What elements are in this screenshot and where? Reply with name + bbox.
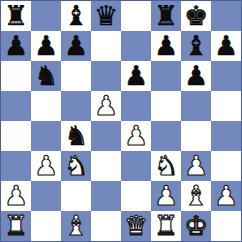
square-c7[interactable]: ♟ <box>61 31 91 61</box>
square-c8[interactable]: ♝ <box>61 1 91 31</box>
square-e2[interactable] <box>121 181 151 211</box>
square-g2[interactable]: ♝ <box>181 181 211 211</box>
square-f3[interactable]: ♞ <box>151 151 181 181</box>
square-b8[interactable] <box>31 1 61 31</box>
square-h5[interactable] <box>211 91 241 121</box>
square-c2[interactable] <box>61 181 91 211</box>
chess-board: ♜♝♛♜♚♟♟♟♟♝♟♞♟♟♟♞♟♟♞♞♟♟♟♝♟♜♝♛♜♚ <box>0 0 242 242</box>
white-bishop-icon[interactable]: ♝ <box>64 212 88 239</box>
square-h6[interactable] <box>211 61 241 91</box>
square-h3[interactable] <box>211 151 241 181</box>
square-d7[interactable] <box>91 31 121 61</box>
black-knight-icon[interactable]: ♞ <box>34 62 58 89</box>
black-pawn-icon[interactable]: ♟ <box>124 62 148 89</box>
square-b3[interactable]: ♟ <box>31 151 61 181</box>
white-king-icon[interactable]: ♚ <box>184 212 208 239</box>
white-pawn-icon[interactable]: ♟ <box>4 182 28 209</box>
square-g7[interactable]: ♝ <box>181 31 211 61</box>
square-e7[interactable] <box>121 31 151 61</box>
square-f4[interactable] <box>151 121 181 151</box>
white-pawn-icon[interactable]: ♟ <box>184 152 208 179</box>
white-pawn-icon[interactable]: ♟ <box>94 92 118 119</box>
square-c3[interactable]: ♞ <box>61 151 91 181</box>
white-pawn-icon[interactable]: ♟ <box>34 152 58 179</box>
square-g5[interactable] <box>181 91 211 121</box>
square-g1[interactable]: ♚ <box>181 211 211 241</box>
square-c1[interactable]: ♝ <box>61 211 91 241</box>
square-h8[interactable] <box>211 1 241 31</box>
square-c4[interactable]: ♞ <box>61 121 91 151</box>
square-a5[interactable] <box>1 91 31 121</box>
white-pawn-icon[interactable]: ♟ <box>124 122 148 149</box>
square-g4[interactable] <box>181 121 211 151</box>
square-g6[interactable]: ♟ <box>181 61 211 91</box>
square-b5[interactable] <box>31 91 61 121</box>
square-h4[interactable] <box>211 121 241 151</box>
black-rook-icon[interactable]: ♜ <box>4 2 28 29</box>
square-f5[interactable] <box>151 91 181 121</box>
black-pawn-icon[interactable]: ♟ <box>64 32 88 59</box>
square-a1[interactable]: ♜ <box>1 211 31 241</box>
square-f6[interactable] <box>151 61 181 91</box>
square-b7[interactable]: ♟ <box>31 31 61 61</box>
black-bishop-icon[interactable]: ♝ <box>64 2 88 29</box>
square-f7[interactable]: ♟ <box>151 31 181 61</box>
black-knight-icon[interactable]: ♞ <box>64 122 88 149</box>
square-e4[interactable]: ♟ <box>121 121 151 151</box>
square-d8[interactable]: ♛ <box>91 1 121 31</box>
black-pawn-icon[interactable]: ♟ <box>214 32 238 59</box>
square-d4[interactable] <box>91 121 121 151</box>
white-rook-icon[interactable]: ♜ <box>154 212 178 239</box>
square-f1[interactable]: ♜ <box>151 211 181 241</box>
square-f2[interactable]: ♟ <box>151 181 181 211</box>
square-c5[interactable] <box>61 91 91 121</box>
white-queen-icon[interactable]: ♛ <box>124 212 148 239</box>
square-h7[interactable]: ♟ <box>211 31 241 61</box>
square-a2[interactable]: ♟ <box>1 181 31 211</box>
square-d2[interactable] <box>91 181 121 211</box>
square-b6[interactable]: ♞ <box>31 61 61 91</box>
square-a4[interactable] <box>1 121 31 151</box>
white-pawn-icon[interactable]: ♟ <box>214 182 238 209</box>
square-c6[interactable] <box>61 61 91 91</box>
square-b2[interactable] <box>31 181 61 211</box>
square-b4[interactable] <box>31 121 61 151</box>
black-bishop-icon[interactable]: ♝ <box>184 32 208 59</box>
white-knight-icon[interactable]: ♞ <box>64 152 88 179</box>
black-rook-icon[interactable]: ♜ <box>154 2 178 29</box>
white-rook-icon[interactable]: ♜ <box>4 212 28 239</box>
square-d1[interactable] <box>91 211 121 241</box>
white-bishop-icon[interactable]: ♝ <box>184 182 208 209</box>
black-pawn-icon[interactable]: ♟ <box>184 62 208 89</box>
black-pawn-icon[interactable]: ♟ <box>34 32 58 59</box>
square-h2[interactable]: ♟ <box>211 181 241 211</box>
square-a8[interactable]: ♜ <box>1 1 31 31</box>
square-b1[interactable] <box>31 211 61 241</box>
black-pawn-icon[interactable]: ♟ <box>4 32 28 59</box>
square-e5[interactable] <box>121 91 151 121</box>
square-h1[interactable] <box>211 211 241 241</box>
square-g3[interactable]: ♟ <box>181 151 211 181</box>
square-d6[interactable] <box>91 61 121 91</box>
square-e8[interactable] <box>121 1 151 31</box>
square-a7[interactable]: ♟ <box>1 31 31 61</box>
black-king-icon[interactable]: ♚ <box>184 2 208 29</box>
square-g8[interactable]: ♚ <box>181 1 211 31</box>
square-a6[interactable] <box>1 61 31 91</box>
square-e3[interactable] <box>121 151 151 181</box>
square-f8[interactable]: ♜ <box>151 1 181 31</box>
square-e1[interactable]: ♛ <box>121 211 151 241</box>
white-pawn-icon[interactable]: ♟ <box>154 182 178 209</box>
black-queen-icon[interactable]: ♛ <box>94 2 118 29</box>
square-d3[interactable] <box>91 151 121 181</box>
square-e6[interactable]: ♟ <box>121 61 151 91</box>
black-pawn-icon[interactable]: ♟ <box>154 32 178 59</box>
square-d5[interactable]: ♟ <box>91 91 121 121</box>
white-knight-icon[interactable]: ♞ <box>154 152 178 179</box>
square-a3[interactable] <box>1 151 31 181</box>
